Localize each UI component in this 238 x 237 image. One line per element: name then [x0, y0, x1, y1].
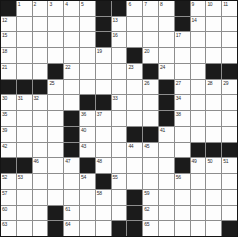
- clue-number-42: 42: [2, 143, 7, 149]
- clue-number-13: 13: [113, 17, 118, 23]
- clue-number-58: 58: [97, 190, 102, 196]
- crossword-cell-r1c13[interactable]: 9: [191, 1, 206, 16]
- crossword-cell-r8c12[interactable]: 38: [175, 111, 190, 126]
- clue-number-5: 5: [81, 1, 83, 7]
- crossword-cell-r4c4[interactable]: [48, 48, 63, 63]
- crossword-cell-r1c2[interactable]: 1: [17, 1, 32, 16]
- crossword-cell-r13c7[interactable]: 58: [96, 190, 111, 205]
- crossword-cell-r2c3[interactable]: [33, 17, 48, 32]
- crossword-cell-r12c11[interactable]: [159, 174, 174, 189]
- blocked-cell-r4c9: [127, 48, 142, 63]
- crossword-cell-r4c2[interactable]: [17, 48, 32, 63]
- crossword-cell-r2c1[interactable]: 12: [1, 17, 16, 32]
- crossword-cell-r4c13[interactable]: [191, 48, 206, 63]
- crossword-cell-r1c14[interactable]: 10: [206, 1, 221, 16]
- crossword-cell-r2c8[interactable]: 13: [112, 17, 127, 32]
- clue-number-10: 10: [207, 1, 212, 7]
- clue-number-16: 16: [113, 32, 118, 38]
- clue-number-12: 12: [2, 17, 7, 23]
- clue-number-63: 63: [2, 221, 7, 227]
- blocked-cell-r6c11: [159, 80, 174, 95]
- crossword-cell-r9c11[interactable]: 41: [159, 127, 174, 142]
- crossword-cell-r13c6[interactable]: [80, 190, 95, 205]
- crossword-cell-r4c8[interactable]: [112, 48, 127, 63]
- crossword-cell-r12c8[interactable]: 55: [112, 174, 127, 189]
- blocked-cell-r10c5: [64, 143, 79, 158]
- crossword-cell-r1c4[interactable]: 3: [48, 1, 63, 16]
- crossword-cell-r15c1[interactable]: 63: [1, 221, 16, 236]
- clue-number-56: 56: [176, 174, 181, 180]
- blocked-cell-r6c1: [1, 80, 16, 95]
- crossword-cell-r5c6[interactable]: [80, 64, 95, 79]
- crossword-cell-r6c7[interactable]: [96, 80, 111, 95]
- crossword-cell-r9c1[interactable]: 39: [1, 127, 16, 142]
- crossword-cell-r15c6[interactable]: [80, 221, 95, 236]
- blocked-cell-r2c12: [175, 17, 190, 32]
- clue-number-25: 25: [49, 80, 54, 86]
- crossword-cell-r6c12[interactable]: 27: [175, 80, 190, 95]
- crossword-cell-r2c4[interactable]: [48, 17, 63, 32]
- crossword-cell-r8c14[interactable]: [206, 111, 221, 126]
- crossword-cell-r10c9[interactable]: 44: [127, 143, 142, 158]
- crossword-cell-r2c11[interactable]: [159, 17, 174, 32]
- crossword-cell-r9c2[interactable]: [17, 127, 32, 142]
- blocked-cell-r1c8: [112, 1, 127, 16]
- crossword-cell-r10c8[interactable]: [112, 143, 127, 158]
- crossword-cell-r13c10[interactable]: 59: [143, 190, 158, 205]
- crossword-cell-r4c6[interactable]: [80, 48, 95, 63]
- crossword-cell-r13c5[interactable]: [64, 190, 79, 205]
- clue-number-19: 19: [97, 48, 102, 54]
- clue-number-37: 37: [97, 111, 102, 117]
- crossword-cell-r11c10[interactable]: [143, 158, 158, 173]
- crossword-cell-r14c14[interactable]: [206, 206, 221, 221]
- crossword-cell-r10c6[interactable]: 43: [80, 143, 95, 158]
- blocked-cell-r7c6: [80, 95, 95, 110]
- clue-number-3: 3: [49, 1, 51, 7]
- crossword-cell-r3c12[interactable]: 17: [175, 32, 190, 47]
- crossword-cell-r3c15[interactable]: [222, 32, 237, 47]
- crossword-cell-r12c4[interactable]: [48, 174, 63, 189]
- crossword-cell-r5c5[interactable]: 22: [64, 64, 79, 79]
- blocked-cell-r1c7: [96, 1, 111, 16]
- crossword-cell-r13c12[interactable]: [175, 190, 190, 205]
- clue-number-21: 21: [2, 64, 7, 70]
- crossword-cell-r11c15[interactable]: 51: [222, 158, 237, 173]
- blocked-cell-r8c11: [159, 111, 174, 126]
- crossword-cell-r13c3[interactable]: [33, 190, 48, 205]
- crossword-cell-r5c13[interactable]: [191, 64, 206, 79]
- crossword-cell-r14c1[interactable]: 60: [1, 206, 16, 221]
- clue-number-39: 39: [2, 127, 7, 133]
- crossword-cell-r3c11[interactable]: [159, 32, 174, 47]
- clue-number-8: 8: [160, 1, 162, 7]
- blocked-cell-r14c4: [48, 206, 63, 221]
- clue-number-36: 36: [81, 111, 86, 117]
- crossword-cell-r3c8[interactable]: 16: [112, 32, 127, 47]
- crossword-cell-r15c7[interactable]: [96, 221, 111, 236]
- blocked-cell-r10c14: [206, 143, 221, 158]
- crossword-cell-r14c8[interactable]: [112, 206, 127, 221]
- crossword-cell-r6c15[interactable]: 29: [222, 80, 237, 95]
- crossword-cell-r12c9[interactable]: [127, 174, 142, 189]
- crossword-cell-r10c11[interactable]: [159, 143, 174, 158]
- clue-number-54: 54: [81, 174, 86, 180]
- crossword-cell-r5c11[interactable]: 24: [159, 64, 174, 79]
- crossword-cell-r13c8[interactable]: [112, 190, 127, 205]
- crossword-cell-r12c2[interactable]: 53: [17, 174, 32, 189]
- crossword-cell-r3c1[interactable]: 15: [1, 32, 16, 47]
- crossword-cell-r12c15[interactable]: [222, 174, 237, 189]
- clue-number-30: 30: [2, 95, 7, 101]
- clue-number-14: 14: [192, 17, 197, 23]
- crossword-cell-r11c3[interactable]: 46: [33, 158, 48, 173]
- clue-number-28: 28: [207, 80, 212, 86]
- crossword-cell-r6c8[interactable]: [112, 80, 127, 95]
- crossword-cell-r10c10[interactable]: 45: [143, 143, 158, 158]
- clue-number-35: 35: [2, 111, 7, 117]
- crossword-cell-r8c13[interactable]: [191, 111, 206, 126]
- clue-number-44: 44: [128, 143, 133, 149]
- crossword-cell-r15c14[interactable]: [206, 221, 221, 236]
- crossword-cell-r7c13[interactable]: [191, 95, 206, 110]
- crossword-board: 1234567891011121314151617181920212223242…: [0, 0, 238, 237]
- blocked-cell-r7c7: [96, 95, 111, 110]
- crossword-cell-r12c6[interactable]: 54: [80, 174, 95, 189]
- crossword-cell-r11c11[interactable]: [159, 158, 174, 173]
- crossword-cell-r6c5[interactable]: [64, 80, 79, 95]
- crossword-cell-r8c3[interactable]: [33, 111, 48, 126]
- crossword-cell-r3c14[interactable]: [206, 32, 221, 47]
- crossword-cell-r10c4[interactable]: [48, 143, 63, 158]
- crossword-cell-r9c14[interactable]: [206, 127, 221, 142]
- clue-number-33: 33: [113, 95, 118, 101]
- blocked-cell-r9c10: [143, 127, 158, 142]
- crossword-cell-r4c11[interactable]: [159, 48, 174, 63]
- blocked-cell-r6c3: [33, 80, 48, 95]
- crossword-cell-r4c1[interactable]: 18: [1, 48, 16, 63]
- crossword-cell-r4c14[interactable]: [206, 48, 221, 63]
- crossword-cell-r9c7[interactable]: [96, 127, 111, 142]
- crossword-cell-r3c6[interactable]: [80, 32, 95, 47]
- crossword-cell-r11c7[interactable]: 48: [96, 158, 111, 173]
- clue-number-31: 31: [18, 95, 23, 101]
- crossword-cell-r8c2[interactable]: [17, 111, 32, 126]
- crossword-cell-r7c15[interactable]: [222, 95, 237, 110]
- clue-number-23: 23: [128, 64, 133, 70]
- crossword-cell-r13c4[interactable]: [48, 190, 63, 205]
- clue-number-38: 38: [176, 111, 181, 117]
- clue-number-43: 43: [81, 143, 86, 149]
- crossword-cell-r7c2[interactable]: 31: [17, 95, 32, 110]
- crossword-cell-r15c3[interactable]: [33, 221, 48, 236]
- crossword-cell-r11c5[interactable]: 47: [64, 158, 79, 173]
- crossword-cell-r3c2[interactable]: [17, 32, 32, 47]
- blocked-cell-r15c15: [222, 221, 237, 236]
- crossword-cell-r7c4[interactable]: [48, 95, 63, 110]
- crossword-cell-r15c10[interactable]: 65: [143, 221, 158, 236]
- crossword-cell-r2c2[interactable]: [17, 17, 32, 32]
- crossword-cell-r7c12[interactable]: 34: [175, 95, 190, 110]
- clue-number-51: 51: [223, 158, 228, 164]
- clue-number-61: 61: [65, 206, 70, 212]
- crossword-cell-r7c5[interactable]: [64, 95, 79, 110]
- crossword-cell-r1c15[interactable]: 11: [222, 1, 237, 16]
- crossword-cell-r6c9[interactable]: [127, 80, 142, 95]
- crossword-cell-r9c8[interactable]: [112, 127, 127, 142]
- blocked-cell-r3c7: [96, 32, 111, 47]
- clue-number-52: 52: [2, 174, 7, 180]
- crossword-cell-r3c5[interactable]: [64, 32, 79, 47]
- clue-number-47: 47: [65, 158, 70, 164]
- crossword-cell-r3c3[interactable]: [33, 32, 48, 47]
- blocked-cell-r1c12: [175, 1, 190, 16]
- clue-number-64: 64: [65, 221, 70, 227]
- crossword-cell-r3c9[interactable]: [127, 32, 142, 47]
- crossword-cell-r10c2[interactable]: [17, 143, 32, 158]
- clue-number-9: 9: [192, 1, 194, 7]
- clue-number-48: 48: [97, 158, 102, 164]
- blocked-cell-r5c10: [143, 64, 158, 79]
- crossword-cell-r2c15[interactable]: [222, 17, 237, 32]
- clue-number-57: 57: [2, 190, 7, 196]
- crossword-cell-r5c3[interactable]: [33, 64, 48, 79]
- crossword-cell-r10c3[interactable]: [33, 143, 48, 158]
- blocked-cell-r11c6: [80, 158, 95, 173]
- clue-number-18: 18: [2, 48, 7, 54]
- blocked-cell-r15c9: [127, 221, 142, 236]
- crossword-cell-r15c11[interactable]: [159, 221, 174, 236]
- crossword-cell-r12c3[interactable]: [33, 174, 48, 189]
- crossword-cell-r5c9[interactable]: 23: [127, 64, 142, 79]
- crossword-cell-r13c13[interactable]: [191, 190, 206, 205]
- crossword-cell-r14c2[interactable]: [17, 206, 32, 221]
- crossword-cell-r13c2[interactable]: [17, 190, 32, 205]
- crossword-cell-r11c4[interactable]: [48, 158, 63, 173]
- clue-number-55: 55: [113, 174, 118, 180]
- crossword-cell-r9c15[interactable]: [222, 127, 237, 142]
- crossword-cell-r3c10[interactable]: [143, 32, 158, 47]
- crossword-cell-r4c12[interactable]: [175, 48, 190, 63]
- clue-number-45: 45: [144, 143, 149, 149]
- crossword-cell-r1c10[interactable]: 7: [143, 1, 158, 16]
- crossword-cell-r5c7[interactable]: [96, 64, 111, 79]
- blocked-cell-r6c2: [17, 80, 32, 95]
- clue-number-6: 6: [128, 1, 130, 7]
- crossword-cell-r5c8[interactable]: [112, 64, 127, 79]
- crossword-cell-r3c4[interactable]: [48, 32, 63, 47]
- crossword-cell-r9c3[interactable]: [33, 127, 48, 142]
- clue-number-59: 59: [144, 190, 149, 196]
- crossword-cell-r10c1[interactable]: 42: [1, 143, 16, 158]
- crossword-cell-r6c10[interactable]: 26: [143, 80, 158, 95]
- crossword-cell-r7c3[interactable]: 32: [33, 95, 48, 110]
- clue-number-32: 32: [34, 95, 39, 101]
- clue-number-50: 50: [207, 158, 212, 164]
- clue-number-1: 1: [18, 1, 20, 7]
- crossword-cell-r4c10[interactable]: 20: [143, 48, 158, 63]
- blocked-cell-r5c4: [48, 64, 63, 79]
- clue-number-46: 46: [34, 158, 39, 164]
- crossword-cell-r4c5[interactable]: [64, 48, 79, 63]
- crossword-cell-r12c1[interactable]: 52: [1, 174, 16, 189]
- crossword-cell-r14c10[interactable]: 62: [143, 206, 158, 221]
- crossword-cell-r8c4[interactable]: [48, 111, 63, 126]
- blocked-cell-r9c5: [64, 127, 79, 142]
- blocked-cell-r10c15: [222, 143, 237, 158]
- clue-number-11: 11: [223, 1, 228, 7]
- crossword-cell-r8c15[interactable]: [222, 111, 237, 126]
- crossword-cell-r14c11[interactable]: [159, 206, 174, 221]
- blocked-cell-r11c1: [1, 158, 16, 173]
- crossword-cell-r4c3[interactable]: [33, 48, 48, 63]
- blocked-cell-r2c7: [96, 17, 111, 32]
- crossword-cell-r9c12[interactable]: [175, 127, 190, 142]
- blocked-cell-r12c7: [96, 174, 111, 189]
- crossword-cell-r13c11[interactable]: [159, 190, 174, 205]
- crossword-cell-r14c7[interactable]: [96, 206, 111, 221]
- crossword-cell-r2c9[interactable]: [127, 17, 142, 32]
- blocked-cell-r5c15: [222, 64, 237, 79]
- crossword-cell-r8c1[interactable]: 35: [1, 111, 16, 126]
- crossword-cell-r12c13[interactable]: [191, 174, 206, 189]
- crossword-cell-r7c8[interactable]: 33: [112, 95, 127, 110]
- clue-number-24: 24: [160, 64, 165, 70]
- crossword-cell-r4c15[interactable]: [222, 48, 237, 63]
- crossword-cell-r2c13[interactable]: 14: [191, 17, 206, 32]
- crossword-cell-r14c13[interactable]: [191, 206, 206, 221]
- crossword-cell-r11c14[interactable]: 50: [206, 158, 221, 173]
- crossword-cell-r9c6[interactable]: 40: [80, 127, 95, 142]
- blocked-cell-r7c11: [159, 95, 174, 110]
- crossword-cell-r15c5[interactable]: 64: [64, 221, 79, 236]
- blocked-cell-r13c9: [127, 190, 142, 205]
- crossword-cell-r11c9[interactable]: [127, 158, 142, 173]
- crossword-cell-r8c8[interactable]: [112, 111, 127, 126]
- crossword-cell-r4c7[interactable]: 19: [96, 48, 111, 63]
- clue-number-27: 27: [176, 80, 181, 86]
- crossword-cell-r8c7[interactable]: 37: [96, 111, 111, 126]
- crossword-cell-r7c10[interactable]: [143, 95, 158, 110]
- crossword-cell-r14c3[interactable]: [33, 206, 48, 221]
- blocked-cell-r10c13: [191, 143, 206, 158]
- blocked-cell-r9c9: [127, 127, 142, 142]
- clue-number-26: 26: [144, 80, 149, 86]
- crossword-cell-r15c13[interactable]: [191, 221, 206, 236]
- clue-number-15: 15: [2, 32, 7, 38]
- crossword-cell-r9c13[interactable]: [191, 127, 206, 142]
- crossword-cell-r12c14[interactable]: [206, 174, 221, 189]
- crossword-cell-r7c14[interactable]: [206, 95, 221, 110]
- blocked-cell-r1c1: [1, 1, 16, 16]
- crossword-cell-r7c9[interactable]: [127, 95, 142, 110]
- crossword-cell-r11c13[interactable]: 49: [191, 158, 206, 173]
- blocked-cell-r15c8: [112, 221, 127, 236]
- clue-number-40: 40: [81, 127, 86, 133]
- crossword-cell-r12c10[interactable]: [143, 174, 158, 189]
- crossword-cell-r2c5[interactable]: [64, 17, 79, 32]
- blocked-cell-r8c5: [64, 111, 79, 126]
- crossword-cell-r10c12[interactable]: [175, 143, 190, 158]
- crossword-cell-r14c5[interactable]: 61: [64, 206, 79, 221]
- blocked-cell-r11c12: [175, 158, 190, 173]
- crossword-cell-r14c6[interactable]: [80, 206, 95, 221]
- blocked-cell-r5c14: [206, 64, 221, 79]
- clue-number-41: 41: [160, 127, 165, 133]
- clue-number-60: 60: [2, 206, 7, 212]
- blocked-cell-r14c9: [127, 206, 142, 221]
- crossword-cell-r2c10[interactable]: [143, 17, 158, 32]
- crossword-cell-r9c4[interactable]: [48, 127, 63, 142]
- clue-number-2: 2: [34, 1, 36, 7]
- crossword-cell-r8c9[interactable]: [127, 111, 142, 126]
- crossword-cell-r2c14[interactable]: [206, 17, 221, 32]
- crossword-cell-r13c14[interactable]: [206, 190, 221, 205]
- clue-number-53: 53: [18, 174, 23, 180]
- crossword-cell-r14c12[interactable]: [175, 206, 190, 221]
- crossword-cell-r3c13[interactable]: [191, 32, 206, 47]
- clue-number-34: 34: [176, 95, 181, 101]
- crossword-cell-r2c6[interactable]: [80, 17, 95, 32]
- crossword-cell-r1c6[interactable]: 5: [80, 1, 95, 16]
- crossword-cell-r1c5[interactable]: 4: [64, 1, 79, 16]
- crossword-cell-r13c1[interactable]: 57: [1, 190, 16, 205]
- clue-number-20: 20: [144, 48, 149, 54]
- crossword-cell-r6c13[interactable]: [191, 80, 206, 95]
- blocked-cell-r11c2: [17, 158, 32, 173]
- clue-number-62: 62: [144, 206, 149, 212]
- crossword-cell-r13c15[interactable]: [222, 190, 237, 205]
- crossword-grid: 1234567891011121314151617181920212223242…: [0, 0, 238, 237]
- clue-number-65: 65: [144, 221, 149, 227]
- crossword-cell-r8c6[interactable]: 36: [80, 111, 95, 126]
- crossword-cell-r5c12[interactable]: [175, 64, 190, 79]
- crossword-cell-r7c1[interactable]: 30: [1, 95, 16, 110]
- crossword-cell-r1c9[interactable]: 6: [127, 1, 142, 16]
- crossword-cell-r6c4[interactable]: 25: [48, 80, 63, 95]
- clue-number-29: 29: [223, 80, 228, 86]
- crossword-cell-r1c11[interactable]: 8: [159, 1, 174, 16]
- clue-number-7: 7: [144, 1, 146, 7]
- clue-number-4: 4: [65, 1, 67, 7]
- crossword-cell-r8c10[interactable]: [143, 111, 158, 126]
- crossword-cell-r11c8[interactable]: [112, 158, 127, 173]
- crossword-cell-r5c2[interactable]: [17, 64, 32, 79]
- crossword-cell-r12c5[interactable]: [64, 174, 79, 189]
- crossword-cell-r14c15[interactable]: [222, 206, 237, 221]
- crossword-cell-r5c1[interactable]: 21: [1, 64, 16, 79]
- crossword-cell-r6c14[interactable]: 28: [206, 80, 221, 95]
- blocked-cell-r15c4: [48, 221, 63, 236]
- crossword-cell-r15c2[interactable]: [17, 221, 32, 236]
- crossword-cell-r15c12[interactable]: [175, 221, 190, 236]
- crossword-cell-r10c7[interactable]: [96, 143, 111, 158]
- clue-number-22: 22: [65, 64, 70, 70]
- crossword-cell-r1c3[interactable]: 2: [33, 1, 48, 16]
- clue-number-49: 49: [192, 158, 197, 164]
- clue-number-17: 17: [176, 32, 181, 38]
- crossword-cell-r6c6[interactable]: [80, 80, 95, 95]
- crossword-cell-r12c12[interactable]: 56: [175, 174, 190, 189]
